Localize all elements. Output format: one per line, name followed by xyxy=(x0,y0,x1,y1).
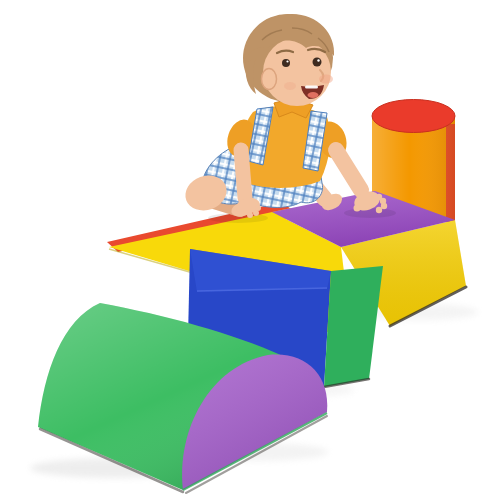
product-photo xyxy=(0,0,500,500)
toddler-eye-right xyxy=(313,58,322,67)
toddler xyxy=(180,14,396,223)
toddler-left-arm xyxy=(241,150,245,198)
toddler-eye-left xyxy=(282,59,290,67)
toddler-ear xyxy=(262,69,277,90)
foam-block-green-side xyxy=(324,266,383,387)
toddler-cheek-blush xyxy=(284,82,296,90)
toddler-right-arm xyxy=(336,150,361,190)
toddler-cheek-blush xyxy=(319,75,333,84)
toddler-head xyxy=(243,14,334,106)
foam-cylinder-top xyxy=(372,100,455,133)
product-photo-stage xyxy=(0,0,500,500)
toddler-contact-shadow xyxy=(344,208,396,218)
